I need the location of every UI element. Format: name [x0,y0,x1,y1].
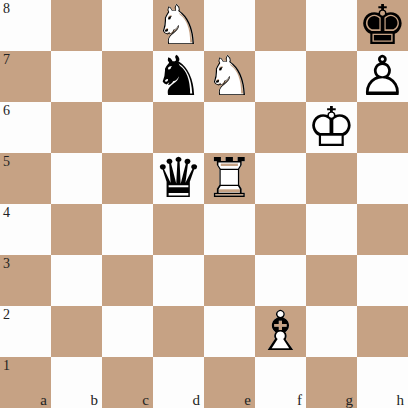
square-g2[interactable] [306,306,357,357]
square-d1[interactable]: d [153,357,204,408]
square-d5[interactable]: ♛ [153,153,204,204]
white-king-icon: ♔ [307,102,356,153]
square-h4[interactable] [357,204,408,255]
square-b7[interactable] [51,51,102,102]
square-e7[interactable]: ♞♘ [204,51,255,102]
white-pawn[interactable]: ♟♙ [357,51,408,102]
file-label-f: f [297,392,302,408]
white-bishop-icon: ♗ [256,306,305,357]
square-g3[interactable] [306,255,357,306]
square-c5[interactable] [102,153,153,204]
square-e4[interactable] [204,204,255,255]
square-c3[interactable] [102,255,153,306]
square-f7[interactable] [255,51,306,102]
square-e1[interactable]: e [204,357,255,408]
rank-label-1: 1 [3,357,10,374]
rank-label-2: 2 [3,306,10,323]
white-knight[interactable]: ♞♘ [204,51,255,102]
file-label-c: c [142,392,149,408]
square-c8[interactable] [102,0,153,51]
square-d7[interactable]: ♞ [153,51,204,102]
rank-label-4: 4 [3,204,10,221]
white-pawn-icon: ♙ [358,51,407,102]
square-h6[interactable] [357,102,408,153]
square-a4[interactable]: 4 [0,204,51,255]
file-label-d: d [193,392,201,408]
square-c2[interactable] [102,306,153,357]
square-f2[interactable]: ♝♗ [255,306,306,357]
black-queen-icon: ♛ [154,153,203,204]
file-label-b: b [91,392,99,408]
square-b8[interactable] [51,0,102,51]
square-b4[interactable] [51,204,102,255]
square-d3[interactable] [153,255,204,306]
rank-label-7: 7 [3,51,10,68]
black-knight[interactable]: ♞ [153,51,204,102]
square-f5[interactable] [255,153,306,204]
square-b2[interactable] [51,306,102,357]
white-bishop[interactable]: ♝♗ [255,306,306,357]
square-d4[interactable] [153,204,204,255]
square-a6[interactable]: 6 [0,102,51,153]
square-c4[interactable] [102,204,153,255]
square-g4[interactable] [306,204,357,255]
square-g5[interactable] [306,153,357,204]
square-b1[interactable]: b [51,357,102,408]
square-f4[interactable] [255,204,306,255]
square-g6[interactable]: ♚♔ [306,102,357,153]
square-h1[interactable]: h [357,357,408,408]
square-a3[interactable]: 3 [0,255,51,306]
square-a5[interactable]: 5 [0,153,51,204]
square-g1[interactable]: g [306,357,357,408]
square-h7[interactable]: ♟♙ [357,51,408,102]
square-f6[interactable] [255,102,306,153]
file-label-g: g [346,392,354,408]
square-a8[interactable]: 8 [0,0,51,51]
square-h5[interactable] [357,153,408,204]
square-c7[interactable] [102,51,153,102]
square-h2[interactable] [357,306,408,357]
white-rook-icon: ♖ [205,153,254,204]
black-queen[interactable]: ♛ [153,153,204,204]
rank-label-6: 6 [3,102,10,119]
square-d2[interactable] [153,306,204,357]
square-b5[interactable] [51,153,102,204]
square-a7[interactable]: 7 [0,51,51,102]
square-b3[interactable] [51,255,102,306]
square-e5[interactable]: ♜♖ [204,153,255,204]
white-king[interactable]: ♚♔ [306,102,357,153]
file-label-a: a [40,392,47,408]
file-label-h: h [397,392,405,408]
square-f8[interactable] [255,0,306,51]
rank-label-3: 3 [3,255,10,272]
black-knight-icon: ♞ [154,51,203,102]
white-knight-icon: ♘ [205,51,254,102]
rank-label-5: 5 [3,153,10,170]
square-g8[interactable] [306,0,357,51]
square-c6[interactable] [102,102,153,153]
square-a1[interactable]: 1a [0,357,51,408]
file-label-e: e [244,392,251,408]
square-a2[interactable]: 2 [0,306,51,357]
square-f1[interactable]: f [255,357,306,408]
square-h3[interactable] [357,255,408,306]
square-e2[interactable] [204,306,255,357]
chess-board: 8♞♘♚7♞♞♘♟♙6♚♔5♛♜♖432♝♗1abcdefgh [0,0,408,408]
white-rook[interactable]: ♜♖ [204,153,255,204]
square-e3[interactable] [204,255,255,306]
rank-label-8: 8 [3,0,10,17]
square-b6[interactable] [51,102,102,153]
square-c1[interactable]: c [102,357,153,408]
